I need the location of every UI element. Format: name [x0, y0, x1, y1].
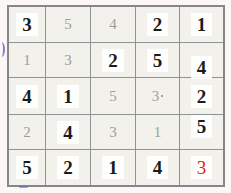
- digit: 5: [109, 89, 117, 104]
- cell-r5c5[interactable]: 3: [180, 150, 223, 185]
- digit: 2: [191, 85, 213, 108]
- ink-mark-bottom-artifact: [19, 186, 28, 188]
- cell-r3c1[interactable]: 4: [9, 78, 46, 115]
- digit: 4: [109, 17, 117, 32]
- digit: 5: [16, 156, 38, 179]
- cell-r3c5[interactable]: 2: [180, 78, 223, 115]
- digit: 1: [23, 53, 31, 68]
- cell-r1c3[interactable]: 4: [91, 7, 136, 43]
- digit: 1: [154, 125, 162, 140]
- cell-r1c5[interactable]: 1: [180, 7, 223, 43]
- cell-r4c5[interactable]: 5: [180, 115, 223, 150]
- ink-mark-left-artifact: [0, 42, 5, 57]
- digit: 2: [57, 156, 79, 179]
- digit: 3: [191, 156, 213, 179]
- digit: 5: [191, 115, 213, 138]
- cell-r4c2[interactable]: 4: [46, 115, 91, 150]
- cell-r4c3[interactable]: 3: [91, 115, 136, 150]
- cell-r3c3[interactable]: 5: [91, 78, 136, 115]
- cell-r5c2[interactable]: 2: [46, 150, 91, 185]
- cell-r3c4[interactable]: 3: [136, 78, 180, 115]
- digit: 1: [57, 85, 79, 108]
- digit: 5: [64, 17, 72, 32]
- puzzle-board: 3542113254415322431552143: [7, 5, 225, 187]
- cell-r3c2[interactable]: 1: [46, 78, 91, 115]
- digit: 3: [109, 125, 117, 140]
- digit: 2: [102, 49, 124, 72]
- digit: 3: [152, 89, 160, 104]
- digit: 4: [191, 56, 213, 79]
- cell-r5c4[interactable]: 4: [136, 150, 180, 185]
- digit: 3: [64, 53, 72, 68]
- cell-r2c4[interactable]: 5: [136, 43, 180, 78]
- digit: 5: [147, 49, 169, 72]
- digit: 1: [191, 13, 213, 36]
- cell-r4c1[interactable]: 2: [9, 115, 46, 150]
- digit: 4: [16, 85, 38, 108]
- cell-r5c1[interactable]: 5: [9, 150, 46, 185]
- cell-r1c4[interactable]: 2: [136, 7, 180, 43]
- cell-r4c4[interactable]: 1: [136, 115, 180, 150]
- digit: 4: [57, 121, 79, 144]
- digit: 1: [102, 156, 124, 179]
- cell-r2c5[interactable]: 4: [180, 43, 223, 78]
- cell-r1c1[interactable]: 3: [9, 7, 46, 43]
- digit: 4: [147, 156, 169, 179]
- digit: 2: [147, 13, 169, 36]
- digit: 2: [23, 125, 31, 140]
- speck-mark: [161, 95, 163, 97]
- cell-r2c3[interactable]: 2: [91, 43, 136, 78]
- cell-r2c1[interactable]: 1: [9, 43, 46, 78]
- cell-r5c3[interactable]: 1: [91, 150, 136, 185]
- digit: 3: [16, 13, 38, 36]
- cell-r2c2[interactable]: 3: [46, 43, 91, 78]
- cell-r1c2[interactable]: 5: [46, 7, 91, 43]
